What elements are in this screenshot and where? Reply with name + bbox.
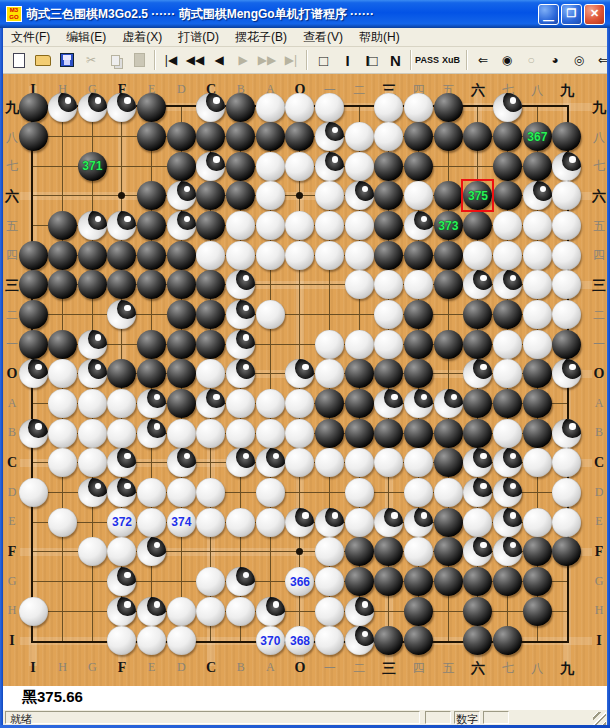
white-stone[interactable] [552, 508, 581, 537]
white-stone[interactable] [345, 478, 374, 507]
white-stone-icon: ○ [527, 53, 534, 67]
black-stone[interactable] [226, 93, 255, 122]
swirl-stone[interactable] [196, 93, 225, 122]
white-stone[interactable] [552, 270, 581, 299]
copy-icon [111, 55, 120, 66]
taiji-stone-button[interactable]: ◕ [544, 49, 566, 71]
app-window: M3GO 萌式三色围棋M3Go2.5 ······ 萌式围棋MengGo单机打谱… [0, 0, 610, 728]
coord-label-right-7: 二 [589, 307, 609, 324]
copy-button [104, 49, 126, 71]
coord-label-left-16: G [2, 574, 22, 589]
swirl-stone[interactable] [552, 419, 581, 448]
menu-item-1[interactable]: 编辑(E) [58, 28, 114, 47]
coord-label-right-5: 四 [589, 247, 609, 264]
left-arrow-icon: ⇐ [478, 53, 488, 67]
menu-item-5[interactable]: 查看(V) [295, 28, 351, 47]
white-stone[interactable] [345, 241, 374, 270]
save-floppy-icon [60, 53, 74, 67]
rewind-icon: ◀◀ [186, 53, 204, 67]
white-stone[interactable] [256, 152, 285, 181]
back-button[interactable]: ◀ [208, 49, 230, 71]
white-stone[interactable] [523, 211, 552, 240]
white-stone[interactable] [345, 122, 374, 151]
black-stone[interactable] [19, 241, 48, 270]
white-stone[interactable] [493, 330, 522, 359]
black-stone[interactable] [434, 93, 463, 122]
skip-to-end-icon: ▶| [285, 53, 297, 67]
status-ready-panel: 就绪 [5, 711, 420, 724]
black-stone[interactable] [523, 389, 552, 418]
coord-label-left-4: 五 [2, 218, 22, 235]
black-stone[interactable] [137, 241, 166, 270]
coord-label-bottom-15: 六 [466, 660, 490, 678]
white-stone[interactable] [345, 508, 374, 537]
black-stone[interactable] [137, 330, 166, 359]
black-stone[interactable] [404, 241, 433, 270]
menu-item-3[interactable]: 打谱(D) [170, 28, 227, 47]
swirl-stone[interactable] [78, 478, 107, 507]
swirl-stone[interactable] [19, 419, 48, 448]
swirl-stone[interactable] [404, 508, 433, 537]
swirl-stone[interactable] [345, 597, 374, 626]
white-stone[interactable] [523, 330, 552, 359]
white-stone[interactable] [167, 597, 196, 626]
black-stone[interactable] [167, 122, 196, 151]
white-stone[interactable] [226, 419, 255, 448]
black-stone[interactable] [552, 537, 581, 566]
xub-button-glyph: XuB [442, 55, 460, 65]
coord-label-bottom-10: 一 [318, 660, 342, 677]
coord-label-left-10: A [2, 396, 22, 411]
black-stone[interactable] [404, 626, 433, 655]
white-stone[interactable] [552, 241, 581, 270]
swirl-stone[interactable] [78, 93, 107, 122]
black-stone[interactable] [256, 122, 285, 151]
black-stone[interactable] [226, 152, 255, 181]
black-stone[interactable] [404, 597, 433, 626]
coord-label-bottom-13: 四 [407, 660, 431, 677]
swirl-stone[interactable] [78, 211, 107, 240]
black-stone[interactable] [48, 241, 77, 270]
black-stone[interactable] [552, 330, 581, 359]
coord-label-left-14: E [2, 514, 22, 529]
move-number-label: 373 [434, 211, 463, 240]
move-number-label: 374 [167, 508, 196, 537]
black-stone[interactable] [19, 270, 48, 299]
open-folder-icon [35, 55, 51, 66]
black-stone[interactable] [404, 330, 433, 359]
double-circle-icon: ◎ [574, 53, 584, 67]
white-stone[interactable] [552, 181, 581, 210]
status-bar: 就绪 数字 [3, 709, 607, 725]
menu-item-0[interactable]: 文件(F) [3, 28, 58, 47]
last-move-button: ▶| [280, 49, 302, 71]
white-stone[interactable] [19, 597, 48, 626]
save-button[interactable] [56, 49, 78, 71]
black-stone-icon: ◉ [502, 53, 512, 67]
coord-label-right-4: 五 [589, 218, 609, 235]
coord-label-right-10: A [589, 396, 609, 411]
coord-label-bottom-1: H [51, 660, 75, 675]
step-back-icon: ◀ [214, 53, 223, 67]
swirl-stone[interactable] [107, 93, 136, 122]
resize-grip[interactable] [593, 712, 606, 725]
status-mode-panel: 数字 [454, 711, 480, 724]
paste-button [128, 49, 150, 71]
white-stone[interactable] [345, 211, 374, 240]
black-stone[interactable] [78, 241, 107, 270]
mode-I-button-glyph: I [345, 52, 348, 69]
black-stone[interactable] [345, 389, 374, 418]
coord-label-right-15: F [589, 544, 609, 560]
black-stone[interactable] [523, 597, 552, 626]
white-stone[interactable] [137, 508, 166, 537]
black-stone[interactable] [345, 567, 374, 596]
white-stone[interactable] [167, 626, 196, 655]
toolbar-separator [306, 50, 308, 70]
white-stone[interactable] [226, 508, 255, 537]
white-stone[interactable] [523, 241, 552, 270]
swirl-stone[interactable] [345, 626, 374, 655]
coord-label-right-2: 七 [589, 158, 609, 175]
black-stone[interactable] [463, 626, 492, 655]
white-stone[interactable] [48, 419, 77, 448]
mode-O-button-glyph: □ [319, 52, 327, 69]
black-stone[interactable] [434, 241, 463, 270]
new-doc-icon [13, 53, 25, 68]
white-stone[interactable] [256, 211, 285, 240]
coord-label-left-15: F [2, 544, 22, 560]
coord-label-right-9: O [589, 366, 609, 382]
swirl-stone[interactable] [552, 359, 581, 388]
swirl-stone[interactable] [493, 508, 522, 537]
toolbar-separator [466, 50, 468, 70]
skip-to-start-icon: |◀ [165, 53, 177, 67]
white-stone[interactable] [552, 448, 581, 477]
white-stone[interactable] [315, 597, 344, 626]
mode-I-button[interactable]: I [336, 49, 358, 71]
white-stone[interactable] [404, 93, 433, 122]
white-stone[interactable] [226, 241, 255, 270]
fast-back-button[interactable]: ◀◀ [184, 49, 206, 71]
black-stone[interactable] [434, 419, 463, 448]
black-stone[interactable] [167, 300, 196, 329]
ring-button[interactable]: ◎ [568, 49, 590, 71]
black-stone[interactable] [167, 389, 196, 418]
black-stone[interactable] [19, 93, 48, 122]
white-stone[interactable] [19, 478, 48, 507]
white-stone[interactable] [256, 478, 285, 507]
coord-label-top-17: 八 [525, 82, 549, 99]
mode-IO-button[interactable]: I□ [360, 49, 382, 71]
white-stone[interactable] [315, 93, 344, 122]
undo-arrow-button[interactable]: ⇐ [472, 49, 494, 71]
white-stone[interactable] [434, 478, 463, 507]
mode-IO-button-glyph: I□ [365, 52, 376, 69]
black-stone[interactable] [552, 122, 581, 151]
white-stone[interactable] [256, 300, 285, 329]
move-number-label: 371 [78, 152, 107, 181]
move-score-text: 黑375.66 [22, 688, 83, 707]
white-stone[interactable] [552, 211, 581, 240]
coord-label-right-16: G [589, 574, 609, 589]
coord-label-bottom-9: O [288, 660, 312, 676]
swirl-stone[interactable] [78, 330, 107, 359]
white-stone[interactable] [552, 300, 581, 329]
coord-label-bottom-14: 五 [436, 660, 460, 677]
coord-label-right-6: 三 [589, 277, 609, 295]
move-number-label: 367 [523, 122, 552, 151]
fast-forward-button: ▶▶ [256, 49, 278, 71]
footer-strip: 黑375.66 [3, 686, 607, 709]
swirl-stone[interactable] [48, 93, 77, 122]
status-empty-panel-2 [483, 711, 509, 724]
white-stone[interactable] [523, 508, 552, 537]
menu-bar: 文件(F)编辑(E)虚着(X)打谱(D)摆花子(B)查看(V)帮助(H) [3, 28, 607, 47]
white-stone[interactable] [78, 419, 107, 448]
coord-label-top-18: 九 [555, 82, 579, 100]
menu-item-2[interactable]: 虚着(X) [114, 28, 170, 47]
move-number-label: 372 [107, 508, 136, 537]
white-stone[interactable] [256, 508, 285, 537]
move-number-label: 370 [256, 626, 285, 655]
title-bar[interactable]: M3GO 萌式三色围棋M3Go2.5 ······ 萌式围棋MengGo单机打谱… [0, 0, 610, 28]
coord-label-bottom-8: A [258, 660, 282, 675]
scissors-icon: ✂ [86, 53, 96, 67]
step-forward-icon: ▶ [238, 53, 247, 67]
menu-item-6[interactable]: 帮助(H) [351, 28, 408, 47]
black-stone[interactable] [434, 508, 463, 537]
white-stone-button: ○ [520, 49, 542, 71]
black-stone[interactable] [404, 152, 433, 181]
white-stone[interactable] [345, 330, 374, 359]
black-stone[interactable] [434, 330, 463, 359]
black-stone[interactable] [345, 419, 374, 448]
pass-button[interactable]: PASS [416, 49, 438, 71]
coord-label-left-3: 六 [2, 188, 22, 206]
white-stone[interactable] [48, 508, 77, 537]
black-stone-button[interactable]: ◉ [496, 49, 518, 71]
mode-N-button[interactable]: N [384, 49, 406, 71]
coord-label-bottom-12: 三 [377, 660, 401, 678]
coord-label-left-12: C [2, 455, 22, 471]
coord-label-bottom-3: F [110, 660, 134, 676]
window-title: 萌式三色围棋M3Go2.5 ······ 萌式围棋MengGo单机打谱程序 ··… [26, 6, 536, 23]
coord-label-right-12: C [589, 455, 609, 471]
black-stone[interactable] [374, 626, 403, 655]
coord-label-bottom-6: C [199, 660, 223, 676]
white-stone[interactable] [315, 241, 344, 270]
coord-label-right-14: E [589, 514, 609, 529]
coord-label-right-17: H [589, 603, 609, 618]
minimize-button[interactable]: — [538, 4, 559, 25]
mode-N-button-glyph: N [390, 52, 400, 69]
cut-button: ✂ [80, 49, 102, 71]
white-stone[interactable] [167, 478, 196, 507]
black-stone[interactable] [167, 330, 196, 359]
move-number-label: 366 [285, 567, 314, 596]
coord-label-bottom-16: 七 [496, 660, 520, 677]
swirl-stone[interactable] [256, 597, 285, 626]
fast-forward-icon: ▶▶ [258, 53, 276, 67]
toolbar-separator [154, 50, 156, 70]
coord-label-bottom-11: 二 [347, 660, 371, 677]
white-stone[interactable] [256, 93, 285, 122]
white-stone[interactable] [78, 389, 107, 418]
coord-label-bottom-18: 九 [555, 660, 579, 678]
black-stone[interactable] [167, 152, 196, 181]
black-stone[interactable] [434, 567, 463, 596]
white-stone[interactable] [226, 597, 255, 626]
move-number-label: 375 [463, 181, 492, 210]
xub-button[interactable]: XuB [440, 49, 462, 71]
coord-label-top-5: D [169, 82, 193, 97]
white-stone[interactable] [256, 241, 285, 270]
mode-O-button[interactable]: □ [312, 49, 334, 71]
paste-icon [134, 53, 145, 67]
black-stone[interactable] [404, 419, 433, 448]
black-stone[interactable] [523, 419, 552, 448]
first-move-button[interactable]: |◀ [160, 49, 182, 71]
coord-label-top-15: 六 [466, 82, 490, 100]
coord-label-right-3: 六 [589, 188, 609, 206]
go-board[interactable]: IIHHGGFFEEDDCCBBAAOO一一二二三三四四五五六六七七八八九九九九… [0, 74, 610, 686]
white-stone[interactable] [256, 419, 285, 448]
white-stone[interactable] [523, 300, 552, 329]
close-button[interactable]: ✕ [584, 4, 605, 25]
swirl-stone[interactable] [315, 152, 344, 181]
coord-label-bottom-17: 八 [525, 660, 549, 677]
app-icon: M3GO [6, 6, 22, 22]
white-stone[interactable] [345, 152, 374, 181]
white-stone[interactable] [256, 389, 285, 418]
coord-label-left-18: I [2, 633, 22, 649]
white-stone[interactable] [493, 241, 522, 270]
black-stone[interactable] [19, 330, 48, 359]
swirl-stone[interactable] [434, 389, 463, 418]
swirl-stone[interactable] [167, 211, 196, 240]
swirl-stone[interactable] [137, 419, 166, 448]
white-stone[interactable] [374, 93, 403, 122]
coord-label-top-11: 二 [347, 82, 371, 99]
swirl-stone[interactable] [552, 152, 581, 181]
white-stone[interactable] [285, 93, 314, 122]
white-stone[interactable] [167, 419, 196, 448]
toolbar-separator [410, 50, 412, 70]
black-stone[interactable] [523, 567, 552, 596]
toolbar: ✂|◀◀◀◀▶▶▶▶|□II□NPASSXuB⇐◉○◕◎⇐Ⓗ [3, 47, 607, 74]
white-stone[interactable] [315, 330, 344, 359]
coord-label-right-11: B [589, 425, 609, 440]
status-empty-panel-1 [425, 711, 451, 724]
swirl-stone[interactable] [493, 93, 522, 122]
black-stone[interactable] [137, 93, 166, 122]
taiji-stone-icon: ◕ [551, 53, 558, 67]
white-stone[interactable] [493, 419, 522, 448]
black-stone[interactable] [19, 300, 48, 329]
black-stone[interactable] [315, 419, 344, 448]
white-stone[interactable] [137, 626, 166, 655]
white-stone[interactable] [315, 626, 344, 655]
swirl-stone[interactable] [19, 359, 48, 388]
window-border-left [0, 28, 3, 725]
maximize-button[interactable]: ❐ [561, 4, 582, 25]
move-number-label: 368 [285, 626, 314, 655]
black-stone[interactable] [167, 241, 196, 270]
black-stone[interactable] [48, 330, 77, 359]
black-stone[interactable] [493, 152, 522, 181]
coord-label-right-18: I [589, 633, 609, 649]
coord-label-bottom-4: E [140, 660, 164, 675]
coord-label-right-0: 九 [589, 99, 609, 117]
open-file-button[interactable] [32, 49, 54, 71]
black-stone[interactable] [523, 152, 552, 181]
black-stone[interactable] [493, 626, 522, 655]
swirl-stone[interactable] [137, 597, 166, 626]
coord-label-bottom-5: D [169, 660, 193, 675]
swirl-stone[interactable] [315, 508, 344, 537]
coord-label-right-8: 一 [589, 336, 609, 353]
coord-label-right-1: 八 [589, 129, 609, 146]
white-stone[interactable] [552, 478, 581, 507]
black-stone[interactable] [19, 122, 48, 151]
coord-label-left-2: 七 [2, 158, 22, 175]
black-stone[interactable] [434, 122, 463, 151]
coord-label-bottom-7: B [229, 660, 253, 675]
coord-label-right-13: D [589, 485, 609, 500]
coord-label-bottom-0: I [21, 660, 45, 676]
pass-button-glyph: PASS [415, 55, 439, 65]
new-file-button[interactable] [8, 49, 30, 71]
swirl-stone[interactable] [226, 330, 255, 359]
forward-button: ▶ [232, 49, 254, 71]
white-stone[interactable] [107, 626, 136, 655]
menu-item-4[interactable]: 摆花子(B) [227, 28, 295, 47]
coord-label-bottom-2: G [80, 660, 104, 675]
